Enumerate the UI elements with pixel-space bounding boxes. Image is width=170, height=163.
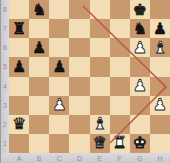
square-h3[interactable]: ♟ [150,96,170,115]
rank-label-2: 2 [1,115,9,134]
square-f2[interactable] [110,115,130,134]
square-g5[interactable] [130,57,150,76]
square-a6[interactable] [9,38,29,57]
rank-labels: 87654321 [1,0,9,153]
file-label-f: F [110,153,130,163]
square-e6[interactable] [90,38,110,57]
square-c1[interactable] [49,134,69,153]
black-pawn-b6: ♟ [32,39,46,55]
black-rook-a7: ♜ [12,20,26,36]
white-pawn-h3: ♟ [153,97,167,113]
square-f8[interactable] [110,0,130,19]
square-f7[interactable] [110,19,130,38]
square-d2[interactable] [69,115,89,134]
square-h5[interactable] [150,57,170,76]
square-d6[interactable] [69,38,89,57]
black-king-g8: ♚ [133,1,147,17]
square-h4[interactable] [150,77,170,96]
black-pawn-h7: ♟ [153,20,167,36]
square-c6[interactable] [49,38,69,57]
square-f4[interactable] [110,77,130,96]
square-a4[interactable] [9,77,29,96]
square-a2[interactable]: ♛ [9,115,29,134]
square-a7[interactable]: ♜ [9,19,29,38]
square-h2[interactable] [150,115,170,134]
square-f5[interactable] [110,57,130,76]
rank-label-7: 7 [1,19,9,38]
square-d3[interactable] [69,96,89,115]
white-bishop-e2: ♝ [92,116,106,132]
square-a3[interactable] [9,96,29,115]
chess-diagram-window: 87654321 ♞♚♜♞♟♟♟♝♟♟♟♟♟♛♝♛♜♚ ABCDEFGH [0,0,170,163]
rank-label-4: 4 [1,77,9,96]
file-label-a: A [9,153,29,163]
square-g8[interactable]: ♚ [130,0,150,19]
white-rook-f1: ♜ [113,135,127,151]
black-knight-b8: ♞ [32,1,46,17]
white-bishop-h6: ♝ [153,39,167,55]
square-g7[interactable]: ♞ [130,19,150,38]
chess-board: ♞♚♜♞♟♟♟♝♟♟♟♟♟♛♝♛♜♚ [9,0,170,153]
file-label-d: D [69,153,89,163]
white-king-g1: ♚ [133,135,147,151]
file-label-h: H [150,153,170,163]
square-b3[interactable] [29,96,49,115]
black-queen-a2: ♛ [12,116,26,132]
square-d5[interactable] [69,57,89,76]
square-e5[interactable] [90,57,110,76]
square-e8[interactable] [90,0,110,19]
square-c7[interactable] [49,19,69,38]
square-h1[interactable] [150,134,170,153]
square-d4[interactable] [69,77,89,96]
square-c2[interactable] [49,115,69,134]
square-a8[interactable] [9,0,29,19]
square-e3[interactable] [90,96,110,115]
square-c5[interactable]: ♟ [49,57,69,76]
black-pawn-a5: ♟ [12,58,26,74]
square-e4[interactable] [90,77,110,96]
square-g1[interactable]: ♚ [130,134,150,153]
white-pawn-c3: ♟ [52,97,66,113]
file-labels: ABCDEFGH [1,153,170,163]
file-label-c: C [49,153,69,163]
square-c8[interactable] [49,0,69,19]
file-label-b: B [29,153,49,163]
square-e2[interactable]: ♝ [90,115,110,134]
white-queen-e1: ♛ [92,135,106,151]
black-pawn-c5: ♟ [52,58,66,74]
square-a5[interactable]: ♟ [9,57,29,76]
square-g3[interactable] [130,96,150,115]
rank-label-8: 8 [1,0,9,19]
square-e1[interactable]: ♛ [90,134,110,153]
square-a1[interactable] [9,134,29,153]
file-label-g: G [130,153,150,163]
square-b5[interactable] [29,57,49,76]
rank-label-6: 6 [1,38,9,57]
square-g6[interactable]: ♟ [130,38,150,57]
white-pawn-g6: ♟ [133,39,147,55]
rank-label-3: 3 [1,96,9,115]
file-label-e: E [90,153,110,163]
square-b7[interactable] [29,19,49,38]
square-d1[interactable] [69,134,89,153]
square-b6[interactable]: ♟ [29,38,49,57]
white-pawn-g4: ♟ [133,78,147,94]
square-f6[interactable] [110,38,130,57]
square-h6[interactable]: ♝ [150,38,170,57]
square-d7[interactable] [69,19,89,38]
square-b2[interactable] [29,115,49,134]
square-b8[interactable]: ♞ [29,0,49,19]
square-h7[interactable]: ♟ [150,19,170,38]
rank-label-1: 1 [1,134,9,153]
square-b4[interactable] [29,77,49,96]
square-g2[interactable] [130,115,150,134]
square-e7[interactable] [90,19,110,38]
square-f1[interactable]: ♜ [110,134,130,153]
square-g4[interactable]: ♟ [130,77,150,96]
black-knight-g7: ♞ [133,20,147,36]
square-c3[interactable]: ♟ [49,96,69,115]
square-h8[interactable] [150,0,170,19]
square-f3[interactable] [110,96,130,115]
square-d8[interactable] [69,0,89,19]
rank-label-5: 5 [1,57,9,76]
square-c4[interactable] [49,77,69,96]
square-b1[interactable] [29,134,49,153]
